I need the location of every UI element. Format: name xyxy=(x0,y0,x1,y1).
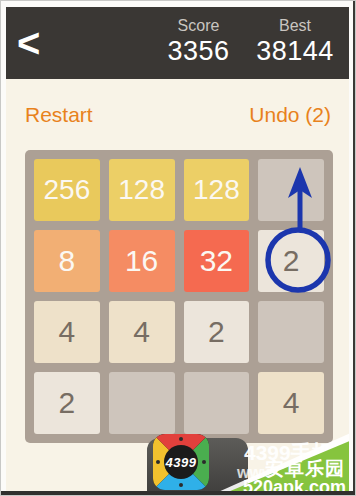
tile-2: 2 xyxy=(258,230,324,292)
tile-128: 128 xyxy=(109,159,175,221)
frame-left xyxy=(1,1,6,496)
icon-dot xyxy=(156,460,160,464)
icon-dot xyxy=(202,460,206,464)
frame-top xyxy=(1,1,356,7)
best-value: 38144 xyxy=(249,36,341,67)
icon-center-badge: 4399 xyxy=(164,445,198,479)
tile-4: 4 xyxy=(258,372,324,434)
empty-cell xyxy=(258,301,324,363)
best-block: Best 38144 xyxy=(249,17,341,67)
tile-128: 128 xyxy=(184,159,250,221)
tile-4: 4 xyxy=(34,301,100,363)
empty-cell xyxy=(258,159,324,221)
tile-256: 256 xyxy=(34,159,100,221)
tile-16: 16 xyxy=(109,230,175,292)
tile-4: 4 xyxy=(109,301,175,363)
tile-8: 8 xyxy=(34,230,100,292)
restart-button[interactable]: Restart xyxy=(25,103,93,127)
score-label: Score xyxy=(151,17,246,35)
4399-app-icon: 4399 xyxy=(153,434,209,490)
tile-32: 32 xyxy=(184,230,250,292)
header-bar: < Score 3356 Best 38144 xyxy=(1,7,356,79)
best-label: Best xyxy=(249,17,341,35)
undo-button[interactable]: Undo (2) xyxy=(249,103,331,127)
empty-cell xyxy=(184,372,250,434)
score-block: Score 3356 xyxy=(151,17,246,67)
tile-2: 2 xyxy=(184,301,250,363)
score-value: 3356 xyxy=(151,36,246,67)
back-button[interactable]: < xyxy=(17,21,57,67)
icon-dot xyxy=(179,483,183,487)
empty-cell xyxy=(109,372,175,434)
app-screen: < Score 3356 Best 38144 Restart Undo (2)… xyxy=(0,0,356,496)
frame-bottom xyxy=(1,491,356,496)
tile-2: 2 xyxy=(34,372,100,434)
icon-dot xyxy=(179,437,183,441)
board[interactable]: 25612812881632244224 xyxy=(25,150,333,443)
